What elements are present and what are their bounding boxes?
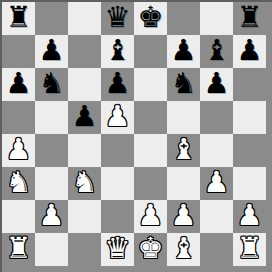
square-h5[interactable] — [233, 101, 266, 134]
square-c6[interactable] — [68, 68, 101, 101]
square-c2[interactable] — [68, 200, 101, 233]
white-bishop[interactable]: ♝ — [171, 134, 197, 166]
square-g1[interactable] — [200, 233, 233, 266]
white-knight[interactable]: ♞ — [72, 167, 98, 199]
square-h1[interactable]: ♜ — [233, 233, 266, 266]
black-pawn[interactable]: ♟ — [237, 35, 263, 67]
black-pawn[interactable]: ♟ — [204, 68, 230, 100]
square-g6[interactable]: ♟ — [200, 68, 233, 101]
square-e8[interactable]: ♚ — [134, 2, 167, 35]
square-e2[interactable]: ♟ — [134, 200, 167, 233]
square-h6[interactable] — [233, 68, 266, 101]
white-pawn[interactable]: ♟ — [105, 101, 131, 133]
white-king[interactable]: ♚ — [138, 233, 164, 265]
square-h8[interactable]: ♜ — [233, 2, 266, 35]
square-h7[interactable]: ♟ — [233, 35, 266, 68]
black-pawn[interactable]: ♟ — [105, 68, 131, 100]
black-queen[interactable]: ♛ — [105, 2, 131, 34]
square-h2[interactable]: ♟ — [233, 200, 266, 233]
white-pawn[interactable]: ♟ — [138, 200, 164, 232]
square-c8[interactable] — [68, 2, 101, 35]
white-bishop[interactable]: ♝ — [171, 233, 197, 265]
square-b5[interactable] — [35, 101, 68, 134]
square-e1[interactable]: ♚ — [134, 233, 167, 266]
square-a5[interactable] — [2, 101, 35, 134]
square-g5[interactable] — [200, 101, 233, 134]
square-a8[interactable]: ♜ — [2, 2, 35, 35]
square-a1[interactable]: ♜ — [2, 233, 35, 266]
square-c3[interactable]: ♞ — [68, 167, 101, 200]
square-a7[interactable] — [2, 35, 35, 68]
square-h3[interactable] — [233, 167, 266, 200]
white-pawn[interactable]: ♟ — [171, 200, 197, 232]
white-queen[interactable]: ♛ — [105, 233, 131, 265]
black-rook[interactable]: ♜ — [6, 2, 32, 34]
square-g3[interactable]: ♟ — [200, 167, 233, 200]
square-g4[interactable] — [200, 134, 233, 167]
white-rook[interactable]: ♜ — [6, 233, 32, 265]
black-bishop[interactable]: ♝ — [105, 35, 131, 67]
square-e7[interactable] — [134, 35, 167, 68]
white-pawn[interactable]: ♟ — [6, 134, 32, 166]
square-e5[interactable] — [134, 101, 167, 134]
chess-board-frame: ♜♛♚♜♟♝♟♝♟♟♞♟♞♟♟♟♟♝♞♞♟♟♟♟♟♜♛♚♝♜ — [0, 0, 272, 272]
square-f7[interactable]: ♟ — [167, 35, 200, 68]
white-pawn[interactable]: ♟ — [204, 167, 230, 199]
white-rook[interactable]: ♜ — [237, 233, 263, 265]
square-b8[interactable] — [35, 2, 68, 35]
square-g2[interactable] — [200, 200, 233, 233]
square-b6[interactable]: ♞ — [35, 68, 68, 101]
square-f8[interactable] — [167, 2, 200, 35]
square-b2[interactable]: ♟ — [35, 200, 68, 233]
square-e6[interactable] — [134, 68, 167, 101]
square-d7[interactable]: ♝ — [101, 35, 134, 68]
black-pawn[interactable]: ♟ — [39, 35, 65, 67]
square-c4[interactable] — [68, 134, 101, 167]
square-f1[interactable]: ♝ — [167, 233, 200, 266]
square-c7[interactable] — [68, 35, 101, 68]
square-a4[interactable]: ♟ — [2, 134, 35, 167]
square-b4[interactable] — [35, 134, 68, 167]
square-g8[interactable] — [200, 2, 233, 35]
square-d3[interactable] — [101, 167, 134, 200]
black-knight[interactable]: ♞ — [39, 68, 65, 100]
square-d6[interactable]: ♟ — [101, 68, 134, 101]
square-c1[interactable] — [68, 233, 101, 266]
square-f5[interactable] — [167, 101, 200, 134]
white-pawn[interactable]: ♟ — [237, 200, 263, 232]
square-f3[interactable] — [167, 167, 200, 200]
square-d2[interactable] — [101, 200, 134, 233]
square-d4[interactable] — [101, 134, 134, 167]
square-f4[interactable]: ♝ — [167, 134, 200, 167]
square-f6[interactable]: ♞ — [167, 68, 200, 101]
square-a6[interactable]: ♟ — [2, 68, 35, 101]
square-b1[interactable] — [35, 233, 68, 266]
black-pawn[interactable]: ♟ — [171, 35, 197, 67]
black-pawn[interactable]: ♟ — [6, 68, 32, 100]
black-king[interactable]: ♚ — [138, 2, 164, 34]
square-d8[interactable]: ♛ — [101, 2, 134, 35]
square-d5[interactable]: ♟ — [101, 101, 134, 134]
chess-board: ♜♛♚♜♟♝♟♝♟♟♞♟♞♟♟♟♟♝♞♞♟♟♟♟♟♜♛♚♝♜ — [2, 2, 266, 266]
square-c5[interactable]: ♟ — [68, 101, 101, 134]
square-b3[interactable] — [35, 167, 68, 200]
square-h4[interactable] — [233, 134, 266, 167]
square-e3[interactable] — [134, 167, 167, 200]
black-bishop[interactable]: ♝ — [204, 35, 230, 67]
square-a3[interactable]: ♞ — [2, 167, 35, 200]
square-a2[interactable] — [2, 200, 35, 233]
black-pawn[interactable]: ♟ — [72, 101, 98, 133]
square-f2[interactable]: ♟ — [167, 200, 200, 233]
square-g7[interactable]: ♝ — [200, 35, 233, 68]
square-e4[interactable] — [134, 134, 167, 167]
square-d1[interactable]: ♛ — [101, 233, 134, 266]
black-knight[interactable]: ♞ — [171, 68, 197, 100]
square-b7[interactable]: ♟ — [35, 35, 68, 68]
white-knight[interactable]: ♞ — [6, 167, 32, 199]
black-rook[interactable]: ♜ — [237, 2, 263, 34]
white-pawn[interactable]: ♟ — [39, 200, 65, 232]
